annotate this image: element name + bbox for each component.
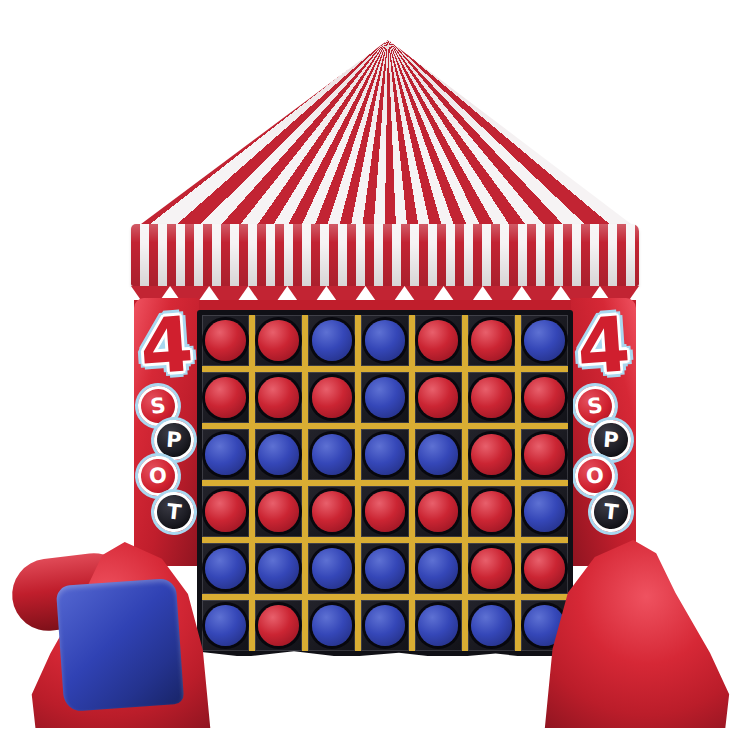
- blue-disc: [258, 434, 299, 475]
- board-cell-r3c5[interactable]: [415, 429, 462, 480]
- red-disc: [524, 377, 565, 418]
- board-cell-r6c2[interactable]: [255, 600, 302, 651]
- blue-disc: [365, 377, 406, 418]
- board-cell-r4c3[interactable]: [308, 486, 355, 537]
- blue-disc: [312, 548, 353, 589]
- red-disc: [365, 491, 406, 532]
- blue-disc: [524, 320, 565, 361]
- board-cell-r1c3[interactable]: [308, 315, 355, 366]
- board-cell-r2c7[interactable]: [521, 372, 568, 423]
- red-disc: [205, 491, 246, 532]
- board-grid: [202, 315, 568, 651]
- board-cell-r6c3[interactable]: [308, 600, 355, 651]
- blue-disc: [205, 605, 246, 646]
- board-cell-r5c4[interactable]: [361, 543, 408, 594]
- board-cell-r5c5[interactable]: [415, 543, 462, 594]
- board-cell-r6c6[interactable]: [468, 600, 515, 651]
- board-cell-r3c4[interactable]: [361, 429, 408, 480]
- red-disc: [312, 491, 353, 532]
- board-cell-r6c1[interactable]: [202, 600, 249, 651]
- red-disc: [258, 377, 299, 418]
- red-disc: [471, 434, 512, 475]
- red-disc: [418, 491, 459, 532]
- blue-disc: [312, 605, 353, 646]
- red-disc: [312, 377, 353, 418]
- left-4spot-logo: 4 S P O T: [134, 304, 199, 540]
- blue-disc: [418, 605, 459, 646]
- blue-disc: [365, 320, 406, 361]
- board-cell-r1c7[interactable]: [521, 315, 568, 366]
- board-cell-r5c3[interactable]: [308, 543, 355, 594]
- red-disc: [471, 548, 512, 589]
- right-pillar: 4 S P O T: [571, 298, 636, 566]
- board-cell-r4c6[interactable]: [468, 486, 515, 537]
- board-cell-r2c5[interactable]: [415, 372, 462, 423]
- board-cell-r2c3[interactable]: [308, 372, 355, 423]
- blue-disc: [418, 434, 459, 475]
- board-cell-r5c7[interactable]: [521, 543, 568, 594]
- right-4spot-logo: 4 S P O T: [571, 304, 636, 540]
- roof-eave-striped-band: [131, 224, 639, 286]
- board-cell-r3c7[interactable]: [521, 429, 568, 480]
- board-cell-r2c2[interactable]: [255, 372, 302, 423]
- red-disc: [524, 548, 565, 589]
- blue-disc: [205, 548, 246, 589]
- red-disc: [471, 491, 512, 532]
- board-cell-r4c4[interactable]: [361, 486, 408, 537]
- board-cell-r6c4[interactable]: [361, 600, 408, 651]
- tent-roof-stripes: [133, 40, 639, 230]
- board-cell-r1c5[interactable]: [415, 315, 462, 366]
- red-disc: [471, 320, 512, 361]
- board-cell-r4c7[interactable]: [521, 486, 568, 537]
- blue-disc: [365, 548, 406, 589]
- red-disc: [258, 605, 299, 646]
- logo-letter-t-badge: T: [152, 490, 196, 534]
- inflatable-4spot-game: 4 S P O T 4 S P O T: [0, 0, 750, 750]
- logo-letter-t-badge: T: [589, 490, 633, 534]
- logo-number-4: 4: [137, 302, 196, 389]
- board-cell-r3c1[interactable]: [202, 429, 249, 480]
- red-disc: [258, 320, 299, 361]
- logo-number-4: 4: [574, 302, 633, 389]
- left-pillar: 4 S P O T: [134, 298, 199, 566]
- blue-disc: [258, 548, 299, 589]
- board-cell-r2c1[interactable]: [202, 372, 249, 423]
- board-cell-r5c1[interactable]: [202, 543, 249, 594]
- blue-disc: [524, 491, 565, 532]
- blue-corner-pad: [56, 578, 184, 712]
- red-disc: [205, 377, 246, 418]
- blue-disc: [365, 434, 406, 475]
- blue-disc: [312, 320, 353, 361]
- board-cell-r4c5[interactable]: [415, 486, 462, 537]
- red-disc: [418, 377, 459, 418]
- board-cell-r3c3[interactable]: [308, 429, 355, 480]
- board-cell-r2c4[interactable]: [361, 372, 408, 423]
- red-disc: [524, 434, 565, 475]
- blue-disc: [312, 434, 353, 475]
- blue-disc: [365, 605, 406, 646]
- blue-disc: [418, 548, 459, 589]
- blue-disc: [205, 434, 246, 475]
- board-cell-r4c1[interactable]: [202, 486, 249, 537]
- board-cell-r5c2[interactable]: [255, 543, 302, 594]
- board-cell-r3c2[interactable]: [255, 429, 302, 480]
- game-board: [197, 310, 573, 656]
- board-cell-r1c1[interactable]: [202, 315, 249, 366]
- red-disc: [205, 320, 246, 361]
- board-cell-r2c6[interactable]: [468, 372, 515, 423]
- board-cell-r4c2[interactable]: [255, 486, 302, 537]
- board-cell-r5c6[interactable]: [468, 543, 515, 594]
- red-disc: [418, 320, 459, 361]
- blue-disc: [471, 605, 512, 646]
- board-cell-r1c2[interactable]: [255, 315, 302, 366]
- board-cell-r6c5[interactable]: [415, 600, 462, 651]
- red-disc: [258, 491, 299, 532]
- board-cell-r1c4[interactable]: [361, 315, 408, 366]
- board-cell-r1c6[interactable]: [468, 315, 515, 366]
- red-disc: [471, 377, 512, 418]
- board-cell-r3c6[interactable]: [468, 429, 515, 480]
